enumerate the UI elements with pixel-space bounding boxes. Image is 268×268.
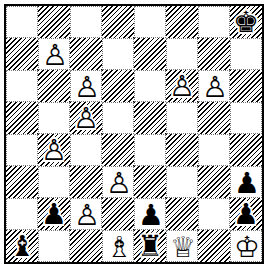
white-pawn-halo: ♟ [199,71,231,103]
black-king-halo: ♚ [230,6,262,38]
square-f8[interactable] [166,6,198,38]
chess-diagram: { "game": "chess", "position": { "fen": … [0,0,268,268]
square-e8[interactable] [134,6,166,38]
square-g5[interactable] [198,102,230,134]
black-pawn-piece: ♟♟ [230,198,262,230]
square-d7[interactable] [102,38,134,70]
square-b7[interactable]: ♟♙ [38,38,70,70]
white-pawn-icon: ♙ [70,102,102,134]
square-h8[interactable]: ♚♚ [230,6,262,38]
square-f4[interactable] [166,134,198,166]
white-pawn-piece: ♟♙ [199,71,231,103]
white-king-halo: ♚ [231,231,263,263]
white-pawn-piece: ♟♙ [38,134,70,166]
black-pawn-icon: ♟ [230,198,262,230]
square-f2[interactable] [166,198,198,230]
white-pawn-icon: ♙ [71,71,103,103]
square-d2[interactable] [102,198,134,230]
square-g7[interactable] [198,38,230,70]
black-rook-icon: ♜ [134,230,166,262]
white-king-piece: ♚♔ [231,231,263,263]
black-pawn-halo: ♟ [231,167,263,199]
square-e6[interactable] [134,70,166,102]
square-f7[interactable] [166,38,198,70]
square-c3[interactable] [70,166,102,198]
square-b1[interactable] [38,230,70,262]
white-pawn-piece: ♟♙ [103,167,135,199]
square-h2[interactable]: ♟♟ [230,198,262,230]
chess-board: ♚♚♟♙♟♙♟♙♟♙♟♙♟♙♟♙♟♟♟♟♟♙♟♟♟♟♝♝♝♗♜♜♛♕♚♔ [6,6,262,262]
white-pawn-halo: ♟ [70,102,102,134]
white-pawn-halo: ♟ [71,71,103,103]
white-pawn-icon: ♙ [199,71,231,103]
white-pawn-icon: ♙ [71,199,103,231]
square-c4[interactable] [70,134,102,166]
white-bishop-piece: ♝♗ [103,231,135,263]
square-b3[interactable] [38,166,70,198]
square-b5[interactable] [38,102,70,134]
black-bishop-icon: ♝ [6,230,38,262]
square-c1[interactable] [70,230,102,262]
square-c7[interactable] [70,38,102,70]
white-queen-piece: ♛♕ [167,231,199,263]
square-h7[interactable] [230,38,262,70]
square-e1[interactable]: ♜♜ [134,230,166,262]
square-e3[interactable] [134,166,166,198]
black-pawn-halo: ♟ [135,199,167,231]
square-a2[interactable] [6,198,38,230]
square-e7[interactable] [134,38,166,70]
white-queen-icon: ♕ [167,231,199,263]
square-h3[interactable]: ♟♟ [230,166,262,198]
square-h6[interactable] [230,70,262,102]
black-rook-halo: ♜ [134,230,166,262]
square-e5[interactable] [134,102,166,134]
square-a3[interactable] [6,166,38,198]
square-h1[interactable]: ♚♔ [230,230,262,262]
square-c5[interactable]: ♟♙ [70,102,102,134]
square-e4[interactable] [134,134,166,166]
square-e2[interactable]: ♟♟ [134,198,166,230]
black-king-piece: ♚♚ [230,6,262,38]
white-bishop-halo: ♝ [103,231,135,263]
white-pawn-halo: ♟ [103,167,135,199]
square-a5[interactable] [6,102,38,134]
white-pawn-halo: ♟ [38,134,70,166]
square-g2[interactable] [198,198,230,230]
square-d6[interactable] [102,70,134,102]
black-bishop-piece: ♝♝ [6,230,38,262]
white-pawn-halo: ♟ [71,199,103,231]
black-pawn-piece: ♟♟ [38,198,70,230]
square-g6[interactable]: ♟♙ [198,70,230,102]
white-pawn-halo: ♟ [39,39,71,71]
square-f5[interactable] [166,102,198,134]
white-pawn-icon: ♙ [39,39,71,71]
square-d8[interactable] [102,6,134,38]
square-a8[interactable] [6,6,38,38]
square-b4[interactable]: ♟♙ [38,134,70,166]
black-pawn-icon: ♟ [231,167,263,199]
square-h5[interactable] [230,102,262,134]
white-king-icon: ♔ [231,231,263,263]
white-bishop-icon: ♗ [103,231,135,263]
square-f6[interactable]: ♟♙ [166,70,198,102]
square-b8[interactable] [38,6,70,38]
square-g4[interactable] [198,134,230,166]
square-d1[interactable]: ♝♗ [102,230,134,262]
black-rook-piece: ♜♜ [134,230,166,262]
square-a4[interactable] [6,134,38,166]
square-c2[interactable]: ♟♙ [70,198,102,230]
square-g8[interactable] [198,6,230,38]
white-pawn-halo: ♟ [166,70,198,102]
black-pawn-halo: ♟ [38,198,70,230]
square-f1[interactable]: ♛♕ [166,230,198,262]
square-g1[interactable] [198,230,230,262]
square-h4[interactable] [230,134,262,166]
square-b2[interactable]: ♟♟ [38,198,70,230]
black-bishop-halo: ♝ [6,230,38,262]
black-pawn-piece: ♟♟ [231,167,263,199]
white-pawn-icon: ♙ [103,167,135,199]
white-pawn-icon: ♙ [38,134,70,166]
black-king-icon: ♚ [230,6,262,38]
square-a1[interactable]: ♝♝ [6,230,38,262]
white-pawn-piece: ♟♙ [71,199,103,231]
white-pawn-piece: ♟♙ [166,70,198,102]
black-pawn-piece: ♟♟ [135,199,167,231]
white-pawn-piece: ♟♙ [70,102,102,134]
square-g3[interactable] [198,166,230,198]
square-d5[interactable] [102,102,134,134]
square-a7[interactable] [6,38,38,70]
black-pawn-icon: ♟ [38,198,70,230]
chess-board-frame: ♚♚♟♙♟♙♟♙♟♙♟♙♟♙♟♙♟♟♟♟♟♙♟♟♟♟♝♝♝♗♜♜♛♕♚♔ [4,4,264,264]
square-c8[interactable] [70,6,102,38]
square-c6[interactable]: ♟♙ [70,70,102,102]
square-a6[interactable] [6,70,38,102]
square-d3[interactable]: ♟♙ [102,166,134,198]
square-b6[interactable] [38,70,70,102]
white-pawn-piece: ♟♙ [71,71,103,103]
white-queen-halo: ♛ [167,231,199,263]
square-d4[interactable] [102,134,134,166]
black-pawn-icon: ♟ [135,199,167,231]
white-pawn-piece: ♟♙ [39,39,71,71]
white-pawn-icon: ♙ [166,70,198,102]
square-f3[interactable] [166,166,198,198]
black-pawn-halo: ♟ [230,198,262,230]
